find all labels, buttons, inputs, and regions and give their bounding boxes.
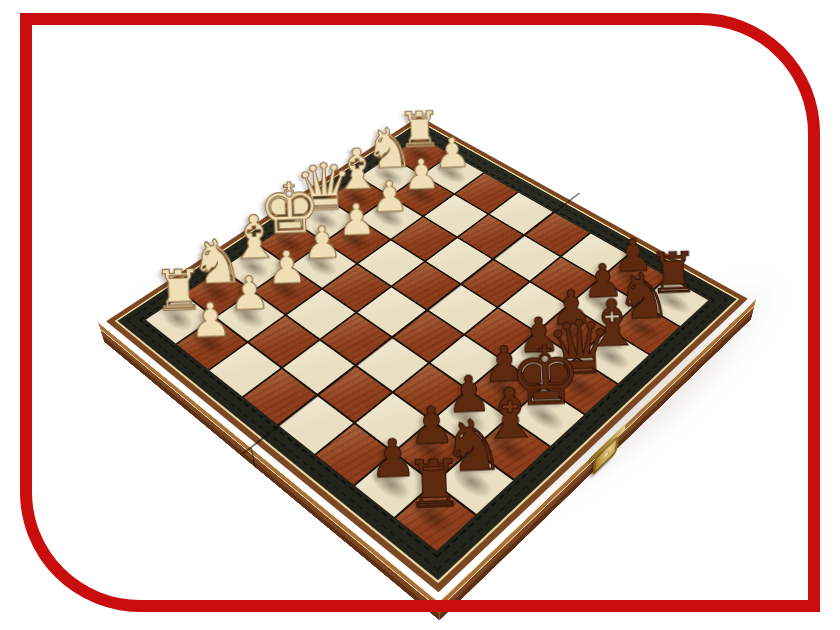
piece-white-pawn: ♟	[302, 220, 343, 266]
piece-white-pawn: ♟	[266, 244, 308, 290]
side-wall-fold-seam	[250, 447, 256, 468]
piece-white-pawn: ♟	[228, 269, 271, 316]
piece-white-pawn: ♟	[189, 296, 233, 344]
chess-set-scene: ♜♟♟♜♞♟♟♞♝♟♟♝♛♟♟♛♚♟♟♚♝♟♟♝♞♟♟♞♜♟♟♜	[0, 0, 840, 630]
product-photo: ♜♟♟♜♞♟♟♞♝♟♟♝♛♟♟♛♚♟♟♚♝♟♟♝♞♟♟♞♜♟♟♜	[0, 0, 840, 630]
chess-board: ♜♟♟♜♞♟♟♞♝♟♟♝♛♟♟♛♚♟♟♚♝♟♟♝♞♟♟♞♜♟♟♜	[146, 137, 709, 551]
square-h8: ♜	[396, 484, 475, 550]
folding-chess-box: ♜♟♟♜♞♟♟♞♝♟♟♝♛♟♟♛♚♟♟♚♝♟♟♝♞♟♟♞♜♟♟♜	[106, 116, 748, 592]
piece-black-rook: ♜	[404, 450, 465, 517]
board-top-face: ♜♟♟♜♞♟♟♞♝♟♟♝♛♟♟♛♚♟♟♚♝♟♟♝♞♟♟♞♜♟♟♜	[106, 116, 748, 592]
piece-white-pawn: ♟	[337, 197, 377, 242]
